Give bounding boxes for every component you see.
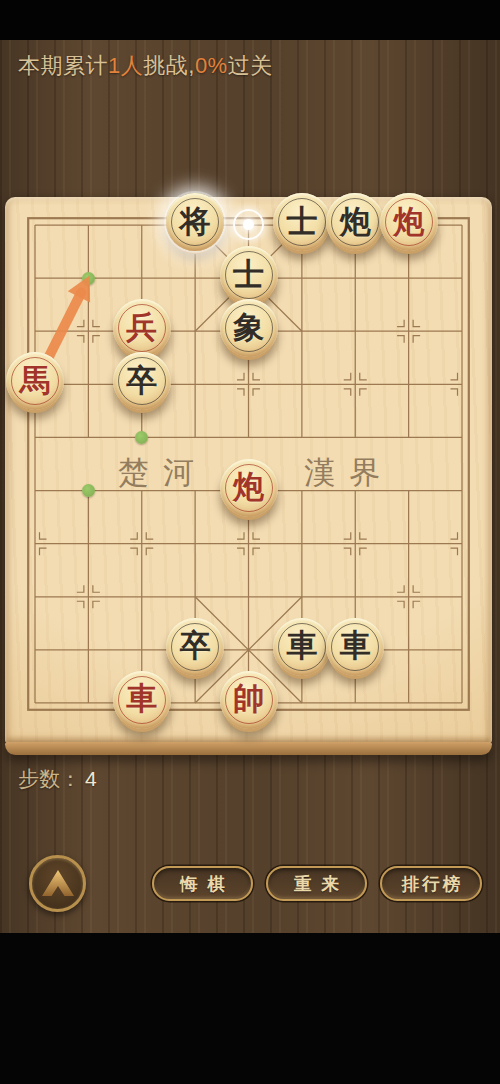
piece-black-士[interactable]: 士 xyxy=(220,246,278,304)
piece-black-将[interactable]: 将 xyxy=(166,193,224,251)
piece-glyph: 士 xyxy=(286,206,317,237)
pieces-layer: 将士炮炮士兵象馬卒炮卒車車車帥 xyxy=(0,0,500,770)
step-counter-value: 4 xyxy=(85,767,97,790)
piece-glyph: 帥 xyxy=(233,683,264,714)
piece-glyph: 車 xyxy=(340,630,371,661)
piece-glyph: 炮 xyxy=(340,206,371,237)
piece-black-車[interactable]: 車 xyxy=(273,618,331,676)
piece-glyph: 将 xyxy=(180,206,211,237)
piece-red-炮[interactable]: 炮 xyxy=(380,193,438,251)
undo-button[interactable]: 悔棋 xyxy=(152,866,253,901)
piece-glyph: 炮 xyxy=(393,206,424,237)
piece-black-象[interactable]: 象 xyxy=(220,299,278,357)
restart-button[interactable]: 重来 xyxy=(266,866,367,901)
piece-red-車[interactable]: 車 xyxy=(113,671,171,729)
piece-black-炮[interactable]: 炮 xyxy=(326,193,384,251)
piece-glyph: 卒 xyxy=(126,365,157,396)
up-chevron-icon xyxy=(39,868,77,900)
piece-glyph: 炮 xyxy=(233,471,264,502)
piece-glyph: 象 xyxy=(233,312,264,343)
piece-black-卒[interactable]: 卒 xyxy=(166,618,224,676)
piece-black-士[interactable]: 士 xyxy=(273,193,331,251)
app-screen: 本期累计1人挑战,0%过关 楚河 漢界 将士炮炮士兵象馬卒炮卒車車車帥 步数：4… xyxy=(0,0,500,1084)
leaderboard-button[interactable]: 排行榜 xyxy=(380,866,482,901)
piece-red-帥[interactable]: 帥 xyxy=(220,671,278,729)
step-counter-label: 步数： xyxy=(18,767,81,790)
piece-red-兵[interactable]: 兵 xyxy=(113,299,171,357)
piece-red-馬[interactable]: 馬 xyxy=(6,352,64,410)
piece-glyph: 卒 xyxy=(180,630,211,661)
piece-glyph: 車 xyxy=(286,630,317,661)
piece-glyph: 馬 xyxy=(20,365,51,396)
piece-glyph: 士 xyxy=(233,259,264,290)
piece-red-炮[interactable]: 炮 xyxy=(220,459,278,517)
piece-glyph: 車 xyxy=(126,683,157,714)
step-counter: 步数：4 xyxy=(18,765,97,793)
piece-glyph: 兵 xyxy=(126,312,157,343)
android-nav-bar: Bai du 经验 jingyan.baidu.com xyxy=(0,933,500,1084)
piece-black-車[interactable]: 車 xyxy=(326,618,384,676)
scroll-up-button[interactable] xyxy=(29,855,86,912)
piece-black-卒[interactable]: 卒 xyxy=(113,352,171,410)
